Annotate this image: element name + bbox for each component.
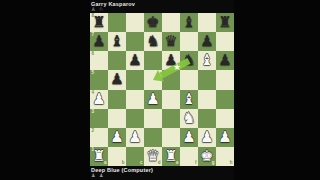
piece-white-pawn-g2[interactable]: ♟: [200, 129, 213, 144]
piece-black-pawn-g7[interactable]: ♟: [200, 34, 213, 49]
bottom-captured-pieces: ♟ ♟: [91, 173, 153, 178]
square-f4[interactable]: ♝: [180, 90, 198, 109]
rank-label-6: 6: [92, 52, 95, 57]
piece-white-queen-d1[interactable]: ♛: [146, 148, 159, 163]
piece-white-pawn-f2[interactable]: ♟: [182, 129, 195, 144]
piece-black-pawn-b5[interactable]: ♟: [110, 72, 123, 87]
square-d7[interactable]: ♞: [144, 32, 162, 51]
square-c7[interactable]: [126, 32, 144, 51]
piece-black-knight-f6[interactable]: ♞: [182, 53, 195, 68]
square-a8[interactable]: 8♜: [90, 13, 108, 32]
piece-white-king-g1[interactable]: ♚: [200, 148, 213, 163]
square-b1[interactable]: b: [108, 147, 126, 166]
square-d5[interactable]: [144, 70, 162, 89]
square-g6[interactable]: ♝: [198, 51, 216, 70]
square-c3[interactable]: [126, 109, 144, 128]
square-f7[interactable]: [180, 32, 198, 51]
square-b5[interactable]: ♟: [108, 70, 126, 89]
square-b3[interactable]: [108, 109, 126, 128]
square-h1[interactable]: h: [216, 147, 234, 166]
piece-white-pawn-d4[interactable]: ♟: [146, 91, 159, 106]
piece-black-knight-d7[interactable]: ♞: [146, 34, 159, 49]
piece-white-bishop-f4[interactable]: ♝: [182, 91, 195, 106]
square-a1[interactable]: 1a♜: [90, 147, 108, 166]
square-g4[interactable]: [198, 90, 216, 109]
piece-black-bishop-b7[interactable]: ♝: [110, 34, 123, 49]
square-e7[interactable]: ♛: [162, 32, 180, 51]
square-a6[interactable]: 6: [90, 51, 108, 70]
square-h6[interactable]: ♟: [216, 51, 234, 70]
square-c6[interactable]: ♟: [126, 51, 144, 70]
square-e6[interactable]: ♟: [162, 51, 180, 70]
square-f6[interactable]: ♞: [180, 51, 198, 70]
square-c1[interactable]: c: [126, 147, 144, 166]
square-e2[interactable]: [162, 128, 180, 147]
square-a5[interactable]: 5: [90, 70, 108, 89]
chess-board[interactable]: 8♜♚♝♜7♟♝♞♛♟6♟♟♞♝♟5♟4♟♟♝3♞2♟♟♟♟♟1a♜bcd♛e♜…: [90, 13, 234, 166]
square-f1[interactable]: f: [180, 147, 198, 166]
left-letterbox: [0, 0, 90, 180]
piece-white-knight-f3[interactable]: ♞: [182, 110, 195, 125]
piece-white-pawn-h2[interactable]: ♟: [218, 129, 231, 144]
top-player-bar: Garry Kasparov ♙ ♘: [91, 1, 135, 12]
square-d2[interactable]: [144, 128, 162, 147]
piece-white-pawn-a4[interactable]: ♟: [92, 91, 105, 106]
square-h3[interactable]: [216, 109, 234, 128]
square-h2[interactable]: ♟: [216, 128, 234, 147]
rank-label-2: 2: [92, 129, 95, 134]
rank-label-3: 3: [92, 110, 95, 115]
square-c8[interactable]: [126, 13, 144, 32]
piece-white-rook-a1[interactable]: ♜: [92, 148, 105, 163]
piece-black-pawn-h6[interactable]: ♟: [218, 53, 231, 68]
piece-black-bishop-f8[interactable]: ♝: [182, 15, 195, 30]
square-a2[interactable]: 2: [90, 128, 108, 147]
square-e1[interactable]: e♜: [162, 147, 180, 166]
square-g1[interactable]: g♚: [198, 147, 216, 166]
piece-white-pawn-c2[interactable]: ♟: [128, 129, 141, 144]
file-label-c: c: [140, 161, 143, 166]
piece-black-king-d8[interactable]: ♚: [146, 15, 159, 30]
square-d1[interactable]: d♛: [144, 147, 162, 166]
square-f3[interactable]: ♞: [180, 109, 198, 128]
square-f2[interactable]: ♟: [180, 128, 198, 147]
top-captured-pieces: ♙ ♘: [91, 7, 135, 12]
square-e3[interactable]: [162, 109, 180, 128]
square-c5[interactable]: [126, 70, 144, 89]
bottom-player-bar: Deep Blue (Computer) ♟ ♟: [91, 167, 153, 178]
square-d3[interactable]: [144, 109, 162, 128]
square-g7[interactable]: ♟: [198, 32, 216, 51]
square-d8[interactable]: ♚: [144, 13, 162, 32]
square-g8[interactable]: [198, 13, 216, 32]
square-a4[interactable]: 4♟: [90, 90, 108, 109]
square-g3[interactable]: [198, 109, 216, 128]
square-h7[interactable]: [216, 32, 234, 51]
square-b4[interactable]: [108, 90, 126, 109]
square-c2[interactable]: ♟: [126, 128, 144, 147]
square-e4[interactable]: [162, 90, 180, 109]
square-g5[interactable]: [198, 70, 216, 89]
piece-white-bishop-g6[interactable]: ♝: [200, 53, 213, 68]
square-b6[interactable]: [108, 51, 126, 70]
square-b2[interactable]: ♟: [108, 128, 126, 147]
square-h5[interactable]: [216, 70, 234, 89]
piece-black-pawn-e6[interactable]: ♟: [164, 53, 177, 68]
square-a7[interactable]: 7♟: [90, 32, 108, 51]
square-d6[interactable]: [144, 51, 162, 70]
piece-black-pawn-c6[interactable]: ♟: [128, 53, 141, 68]
piece-black-rook-h8[interactable]: ♜: [218, 15, 231, 30]
square-d4[interactable]: ♟: [144, 90, 162, 109]
square-g2[interactable]: ♟: [198, 128, 216, 147]
square-e5[interactable]: [162, 70, 180, 89]
square-c4[interactable]: [126, 90, 144, 109]
file-label-h: h: [230, 161, 233, 166]
piece-black-queen-e7[interactable]: ♛: [164, 34, 177, 49]
video-frame: Garry Kasparov ♙ ♘ 8♜♚♝♜7♟♝♞♛♟6♟♟♞♝♟5♟4♟…: [0, 0, 320, 180]
file-label-f: f: [195, 161, 197, 166]
piece-white-pawn-b2[interactable]: ♟: [110, 129, 123, 144]
square-b7[interactable]: ♝: [108, 32, 126, 51]
square-h8[interactable]: ♜: [216, 13, 234, 32]
square-e8[interactable]: [162, 13, 180, 32]
square-a3[interactable]: 3: [90, 109, 108, 128]
square-h4[interactable]: [216, 90, 234, 109]
square-f5[interactable]: [180, 70, 198, 89]
piece-white-rook-e1[interactable]: ♜: [164, 148, 177, 163]
piece-black-rook-a8[interactable]: ♜: [92, 15, 105, 30]
rank-label-5: 5: [92, 71, 95, 76]
piece-black-pawn-a7[interactable]: ♟: [92, 34, 105, 49]
square-f8[interactable]: ♝: [180, 13, 198, 32]
file-label-b: b: [122, 161, 125, 166]
right-letterbox: [234, 0, 320, 180]
square-b8[interactable]: [108, 13, 126, 32]
